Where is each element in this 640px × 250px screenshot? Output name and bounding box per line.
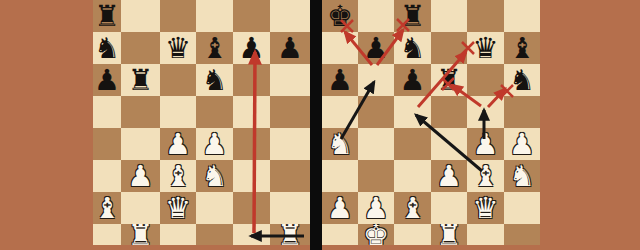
square-right-r7c1: ♟ bbox=[322, 192, 358, 224]
square-left-r4c1 bbox=[93, 96, 121, 128]
square-right-r4c5 bbox=[467, 96, 504, 128]
black-knight: ♞ bbox=[509, 64, 535, 96]
white-rook: ♜ bbox=[277, 224, 303, 245]
square-left-r5c4: ♟ bbox=[196, 128, 233, 160]
square-right-r1c2 bbox=[358, 0, 394, 32]
square-left-r7c5 bbox=[233, 192, 270, 224]
square-right-r8c3 bbox=[394, 224, 431, 245]
black-rook: ♜ bbox=[94, 0, 120, 32]
white-queen: ♛ bbox=[165, 192, 191, 224]
square-left-r6c4: ♞ bbox=[196, 160, 233, 192]
black-knight: ♞ bbox=[202, 64, 228, 96]
right-board: ♚♜♟♞♛♝♟♟♜♞♞♟♟♟♝♞♟♟♝♛♚♜ bbox=[322, 0, 540, 245]
black-king: ♚ bbox=[327, 0, 353, 32]
square-right-r6c3 bbox=[394, 160, 431, 192]
square-right-r6c1 bbox=[322, 160, 358, 192]
square-left-r5c6 bbox=[270, 128, 310, 160]
square-right-r4c6 bbox=[504, 96, 540, 128]
square-left-r3c2: ♜ bbox=[121, 64, 160, 96]
square-right-r1c1: ♚ bbox=[322, 0, 358, 32]
square-left-r1c5 bbox=[233, 0, 270, 32]
board-separator bbox=[310, 0, 322, 250]
square-left-r4c4 bbox=[196, 96, 233, 128]
square-left-r2c4: ♝ bbox=[196, 32, 233, 64]
square-right-r6c4: ♟ bbox=[431, 160, 467, 192]
square-left-r5c5 bbox=[233, 128, 270, 160]
square-right-r5c2 bbox=[358, 128, 394, 160]
square-left-r8c4 bbox=[196, 224, 233, 245]
square-left-r6c6 bbox=[270, 160, 310, 192]
white-rook: ♜ bbox=[128, 224, 154, 245]
square-right-r1c4 bbox=[431, 0, 467, 32]
square-left-r5c1 bbox=[93, 128, 121, 160]
black-rook: ♜ bbox=[400, 0, 426, 32]
square-right-r6c5: ♝ bbox=[467, 160, 504, 192]
white-bishop: ♝ bbox=[473, 160, 499, 192]
square-left-r8c5 bbox=[233, 224, 270, 245]
square-left-r2c6: ♟ bbox=[270, 32, 310, 64]
white-pawn: ♟ bbox=[128, 160, 154, 192]
square-left-r2c2 bbox=[121, 32, 160, 64]
square-right-r3c6: ♞ bbox=[504, 64, 540, 96]
white-rook: ♜ bbox=[436, 224, 462, 245]
black-bishop: ♝ bbox=[509, 32, 535, 64]
black-pawn: ♟ bbox=[94, 64, 120, 96]
black-queen: ♛ bbox=[473, 32, 499, 64]
square-right-r6c6: ♞ bbox=[504, 160, 540, 192]
square-right-r2c2: ♟ bbox=[358, 32, 394, 64]
white-knight: ♞ bbox=[509, 160, 535, 192]
square-left-r3c3 bbox=[160, 64, 196, 96]
square-left-r4c5 bbox=[233, 96, 270, 128]
square-right-r3c1: ♟ bbox=[322, 64, 358, 96]
square-right-r7c3: ♝ bbox=[394, 192, 431, 224]
black-knight: ♞ bbox=[400, 32, 426, 64]
square-left-r2c1: ♞ bbox=[93, 32, 121, 64]
white-pawn: ♟ bbox=[473, 128, 499, 160]
square-left-r8c2: ♜ bbox=[121, 224, 160, 245]
black-pawn: ♟ bbox=[277, 32, 303, 64]
square-left-r8c6: ♜ bbox=[270, 224, 310, 245]
white-bishop: ♝ bbox=[165, 160, 191, 192]
square-left-r1c4 bbox=[196, 0, 233, 32]
square-right-r2c4 bbox=[431, 32, 467, 64]
square-right-r4c4 bbox=[431, 96, 467, 128]
square-right-r1c3: ♜ bbox=[394, 0, 431, 32]
white-knight: ♞ bbox=[202, 160, 228, 192]
chess-diagram: ♜♞♛♝♟♟♟♜♞♟♟♟♝♞♝♛♜♜ ♚♜♟♞♛♝♟♟♜♞♞♟♟♟♝♞♟♟♝♛♚… bbox=[0, 0, 640, 250]
square-left-r6c2: ♟ bbox=[121, 160, 160, 192]
square-right-r8c1 bbox=[322, 224, 358, 245]
left-board: ♜♞♛♝♟♟♟♜♞♟♟♟♝♞♝♛♜♜ bbox=[93, 0, 310, 245]
square-left-r7c2 bbox=[121, 192, 160, 224]
square-left-r1c6 bbox=[270, 0, 310, 32]
square-left-r6c5 bbox=[233, 160, 270, 192]
square-right-r5c5: ♟ bbox=[467, 128, 504, 160]
square-left-r6c3: ♝ bbox=[160, 160, 196, 192]
square-left-r7c4 bbox=[196, 192, 233, 224]
black-pawn: ♟ bbox=[239, 32, 265, 64]
square-right-r7c2: ♟ bbox=[358, 192, 394, 224]
square-right-r8c2: ♚ bbox=[358, 224, 394, 245]
square-right-r7c6 bbox=[504, 192, 540, 224]
square-right-r4c3 bbox=[394, 96, 431, 128]
square-right-r2c1 bbox=[322, 32, 358, 64]
square-left-r5c3: ♟ bbox=[160, 128, 196, 160]
white-bishop: ♝ bbox=[400, 192, 426, 224]
square-left-r3c1: ♟ bbox=[93, 64, 121, 96]
white-pawn: ♟ bbox=[363, 192, 389, 224]
square-right-r1c6 bbox=[504, 0, 540, 32]
white-queen: ♛ bbox=[473, 192, 499, 224]
square-right-r8c6 bbox=[504, 224, 540, 245]
square-right-r5c1: ♞ bbox=[322, 128, 358, 160]
square-right-r4c1 bbox=[322, 96, 358, 128]
square-left-r7c1: ♝ bbox=[93, 192, 121, 224]
square-right-r5c6: ♟ bbox=[504, 128, 540, 160]
black-bishop: ♝ bbox=[202, 32, 228, 64]
square-left-r3c6 bbox=[270, 64, 310, 96]
square-left-r6c1 bbox=[93, 160, 121, 192]
white-pawn: ♟ bbox=[436, 160, 462, 192]
square-right-r3c4: ♜ bbox=[431, 64, 467, 96]
square-right-r8c4: ♜ bbox=[431, 224, 467, 245]
square-right-r3c5 bbox=[467, 64, 504, 96]
square-right-r7c5: ♛ bbox=[467, 192, 504, 224]
square-right-r7c4 bbox=[431, 192, 467, 224]
square-right-r3c3: ♟ bbox=[394, 64, 431, 96]
square-left-r3c5 bbox=[233, 64, 270, 96]
white-pawn: ♟ bbox=[509, 128, 535, 160]
square-left-r2c3: ♛ bbox=[160, 32, 196, 64]
white-pawn: ♟ bbox=[202, 128, 228, 160]
square-right-r2c6: ♝ bbox=[504, 32, 540, 64]
black-rook: ♜ bbox=[128, 64, 154, 96]
square-left-r4c3 bbox=[160, 96, 196, 128]
square-left-r8c3 bbox=[160, 224, 196, 245]
white-king: ♚ bbox=[363, 224, 389, 245]
white-knight: ♞ bbox=[327, 128, 353, 160]
square-left-r1c2 bbox=[121, 0, 160, 32]
square-left-r1c1: ♜ bbox=[93, 0, 121, 32]
white-pawn: ♟ bbox=[165, 128, 191, 160]
square-right-r5c4 bbox=[431, 128, 467, 160]
square-right-r6c2 bbox=[358, 160, 394, 192]
square-left-r4c2 bbox=[121, 96, 160, 128]
square-right-r1c5 bbox=[467, 0, 504, 32]
square-left-r8c1 bbox=[93, 224, 121, 245]
black-pawn: ♟ bbox=[327, 64, 353, 96]
white-pawn: ♟ bbox=[327, 192, 353, 224]
black-pawn: ♟ bbox=[363, 32, 389, 64]
square-right-r2c3: ♞ bbox=[394, 32, 431, 64]
square-right-r5c3 bbox=[394, 128, 431, 160]
black-knight: ♞ bbox=[94, 32, 120, 64]
square-right-r2c5: ♛ bbox=[467, 32, 504, 64]
white-bishop: ♝ bbox=[94, 192, 120, 224]
square-right-r4c2 bbox=[358, 96, 394, 128]
square-left-r1c3 bbox=[160, 0, 196, 32]
black-queen: ♛ bbox=[165, 32, 191, 64]
square-left-r3c4: ♞ bbox=[196, 64, 233, 96]
square-left-r7c3: ♛ bbox=[160, 192, 196, 224]
square-left-r2c5: ♟ bbox=[233, 32, 270, 64]
square-right-r3c2 bbox=[358, 64, 394, 96]
black-rook: ♜ bbox=[436, 64, 462, 96]
square-right-r8c5 bbox=[467, 224, 504, 245]
square-left-r7c6 bbox=[270, 192, 310, 224]
square-left-r4c6 bbox=[270, 96, 310, 128]
black-pawn: ♟ bbox=[400, 64, 426, 96]
square-left-r5c2 bbox=[121, 128, 160, 160]
